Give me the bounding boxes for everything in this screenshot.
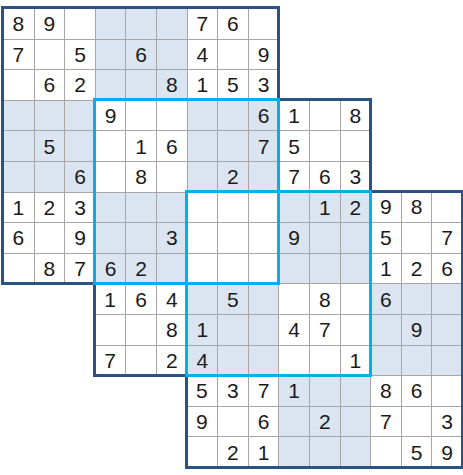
- cell-r12c8[interactable]: [217, 345, 248, 376]
- cell-r8c4[interactable]: [95, 222, 126, 253]
- empty-space: [278, 39, 309, 70]
- cell-r4c6[interactable]: [156, 100, 187, 131]
- tripledoku-puzzle: 8976756496281539618516756827631231298693…: [0, 0, 463, 475]
- cell-r6c1[interactable]: [3, 161, 34, 192]
- cell-r7c3[interactable]: 3: [64, 192, 95, 223]
- cell-r7c1[interactable]: 1: [3, 192, 34, 223]
- empty-space: [401, 161, 432, 192]
- cell-r8c1[interactable]: 6: [3, 222, 34, 253]
- cell-r7c5[interactable]: [125, 192, 156, 223]
- cell-r3c1[interactable]: [3, 69, 34, 100]
- cell-r1c4[interactable]: [95, 8, 126, 39]
- empty-space: [401, 100, 432, 131]
- cell-r11c9[interactable]: [248, 314, 279, 345]
- cell-r5c4[interactable]: [95, 130, 126, 161]
- cell-r6c12[interactable]: 3: [340, 161, 371, 192]
- cell-r7c7[interactable]: [187, 192, 218, 223]
- cell-r1c9[interactable]: [248, 8, 279, 39]
- cell-r8c9[interactable]: [248, 222, 279, 253]
- cell-r5c9[interactable]: 7: [248, 130, 279, 161]
- cell-r8c6[interactable]: 3: [156, 222, 187, 253]
- cell-r9c1[interactable]: [3, 253, 34, 284]
- cell-r11c5[interactable]: [125, 314, 156, 345]
- cell-r7c11[interactable]: 1: [309, 192, 340, 223]
- cell-r3c4[interactable]: [95, 69, 126, 100]
- cell-r12c9[interactable]: [248, 345, 279, 376]
- cell-r15c9[interactable]: 1: [248, 436, 279, 467]
- empty-space: [370, 8, 401, 39]
- empty-space: [34, 436, 65, 467]
- cell-r3c7[interactable]: 1: [187, 69, 218, 100]
- cell-r7c8[interactable]: [217, 192, 248, 223]
- cell-r8c13[interactable]: 5: [370, 222, 401, 253]
- empty-space: [431, 161, 462, 192]
- cell-r2c6[interactable]: [156, 39, 187, 70]
- cell-r4c8[interactable]: [217, 100, 248, 131]
- cell-r7c12[interactable]: 2: [340, 192, 371, 223]
- cell-r8c3[interactable]: 9: [64, 222, 95, 253]
- empty-space: [3, 436, 34, 467]
- cell-r5c11[interactable]: [309, 130, 340, 161]
- cell-r14c13[interactable]: 7: [370, 406, 401, 437]
- cell-r9c3[interactable]: 7: [64, 253, 95, 284]
- empty-space: [125, 406, 156, 437]
- cell-r9c7[interactable]: [187, 253, 218, 284]
- cell-r9c10[interactable]: [278, 253, 309, 284]
- empty-space: [370, 161, 401, 192]
- cell-r10c12[interactable]: [340, 283, 371, 314]
- cell-r12c15[interactable]: [431, 345, 462, 376]
- cell-r4c10[interactable]: 1: [278, 100, 309, 131]
- cell-r5c1[interactable]: [3, 130, 34, 161]
- cell-r4c2[interactable]: [34, 100, 65, 131]
- cell-r9c8[interactable]: [217, 253, 248, 284]
- cell-r13c8[interactable]: 3: [217, 375, 248, 406]
- empty-space: [370, 69, 401, 100]
- cell-r5c7[interactable]: [187, 130, 218, 161]
- cell-r14c11[interactable]: 2: [309, 406, 340, 437]
- cell-r11c10[interactable]: 4: [278, 314, 309, 345]
- empty-space: [401, 69, 432, 100]
- empty-space: [340, 69, 371, 100]
- empty-space: [431, 130, 462, 161]
- empty-space: [309, 8, 340, 39]
- cell-r10c10[interactable]: [278, 283, 309, 314]
- cell-r7c10[interactable]: [278, 192, 309, 223]
- cell-r13c13[interactable]: 8: [370, 375, 401, 406]
- cell-r15c14[interactable]: 5: [401, 436, 432, 467]
- cell-r11c8[interactable]: [217, 314, 248, 345]
- cell-r14c12[interactable]: [340, 406, 371, 437]
- empty-space: [64, 314, 95, 345]
- empty-space: [340, 8, 371, 39]
- empty-space: [340, 39, 371, 70]
- empty-space: [370, 39, 401, 70]
- cell-r9c15[interactable]: 6: [431, 253, 462, 284]
- cell-r11c15[interactable]: [431, 314, 462, 345]
- cell-r9c4[interactable]: 6: [95, 253, 126, 284]
- cell-r6c2[interactable]: [34, 161, 65, 192]
- cell-r8c12[interactable]: [340, 222, 371, 253]
- cell-r11c12[interactable]: [340, 314, 371, 345]
- cell-r2c4[interactable]: [95, 39, 126, 70]
- empty-space: [64, 345, 95, 376]
- cell-r2c7[interactable]: 4: [187, 39, 218, 70]
- cell-r11c14[interactable]: 9: [401, 314, 432, 345]
- cell-r12c7[interactable]: 4: [187, 345, 218, 376]
- cell-r12c6[interactable]: 2: [156, 345, 187, 376]
- cell-r7c6[interactable]: [156, 192, 187, 223]
- cell-r1c8[interactable]: 6: [217, 8, 248, 39]
- cell-r8c14[interactable]: [401, 222, 432, 253]
- empty-space: [95, 436, 126, 467]
- cell-r9c13[interactable]: 1: [370, 253, 401, 284]
- cell-r15c12[interactable]: [340, 436, 371, 467]
- cell-r12c10[interactable]: [278, 345, 309, 376]
- cell-r9c6[interactable]: [156, 253, 187, 284]
- cell-r14c9[interactable]: 6: [248, 406, 279, 437]
- cell-r10c15[interactable]: [431, 283, 462, 314]
- cell-r4c12[interactable]: 8: [340, 100, 371, 131]
- empty-space: [3, 375, 34, 406]
- empty-space: [431, 8, 462, 39]
- cell-r7c15[interactable]: [431, 192, 462, 223]
- cell-r13c11[interactable]: [309, 375, 340, 406]
- cell-r15c10[interactable]: [278, 436, 309, 467]
- empty-space: [3, 345, 34, 376]
- cell-r13c9[interactable]: 7: [248, 375, 279, 406]
- empty-space: [95, 375, 126, 406]
- cell-r10c9[interactable]: [248, 283, 279, 314]
- cell-r9c12[interactable]: [340, 253, 371, 284]
- cell-r11c11[interactable]: 7: [309, 314, 340, 345]
- empty-space: [401, 39, 432, 70]
- empty-space: [431, 100, 462, 131]
- empty-space: [34, 314, 65, 345]
- cell-r2c1[interactable]: 7: [3, 39, 34, 70]
- cell-r6c6[interactable]: [156, 161, 187, 192]
- cell-r9c14[interactable]: 2: [401, 253, 432, 284]
- cell-r11c13[interactable]: [370, 314, 401, 345]
- empty-space: [64, 406, 95, 437]
- cell-r12c11[interactable]: [309, 345, 340, 376]
- cell-r4c3[interactable]: [64, 100, 95, 131]
- cell-r1c5[interactable]: [125, 8, 156, 39]
- empty-space: [401, 130, 432, 161]
- cell-r12c14[interactable]: [401, 345, 432, 376]
- cell-r3c8[interactable]: 5: [217, 69, 248, 100]
- cell-r8c15[interactable]: 7: [431, 222, 462, 253]
- empty-space: [309, 39, 340, 70]
- empty-space: [278, 69, 309, 100]
- cell-r14c7[interactable]: 9: [187, 406, 218, 437]
- empty-space: [156, 406, 187, 437]
- empty-space: [125, 375, 156, 406]
- cell-r2c2[interactable]: [34, 39, 65, 70]
- empty-space: [125, 436, 156, 467]
- cell-r6c8[interactable]: 2: [217, 161, 248, 192]
- cell-r10c7[interactable]: [187, 283, 218, 314]
- cell-r14c14[interactable]: [401, 406, 432, 437]
- cell-r7c14[interactable]: 8: [401, 192, 432, 223]
- cell-r5c2[interactable]: 5: [34, 130, 65, 161]
- cell-r5c3[interactable]: [64, 130, 95, 161]
- empty-space: [34, 406, 65, 437]
- cell-r3c2[interactable]: 6: [34, 69, 65, 100]
- cell-r13c10[interactable]: 1: [278, 375, 309, 406]
- empty-space: [309, 69, 340, 100]
- cell-r15c15[interactable]: 9: [431, 436, 462, 467]
- cell-r10c5[interactable]: 6: [125, 283, 156, 314]
- cell-r3c3[interactable]: 2: [64, 69, 95, 100]
- cell-r15c8[interactable]: 2: [217, 436, 248, 467]
- cell-r8c7[interactable]: [187, 222, 218, 253]
- cell-r7c9[interactable]: [248, 192, 279, 223]
- empty-space: [401, 8, 432, 39]
- cell-r9c5[interactable]: 2: [125, 253, 156, 284]
- cell-r6c5[interactable]: 8: [125, 161, 156, 192]
- cell-r9c2[interactable]: 8: [34, 253, 65, 284]
- cell-r14c8[interactable]: [217, 406, 248, 437]
- cell-r2c9[interactable]: 9: [248, 39, 279, 70]
- cell-r2c3[interactable]: 5: [64, 39, 95, 70]
- cell-r5c8[interactable]: [217, 130, 248, 161]
- cell-r4c11[interactable]: [309, 100, 340, 131]
- cell-r6c11[interactable]: 6: [309, 161, 340, 192]
- cell-r1c2[interactable]: 9: [34, 8, 65, 39]
- empty-space: [64, 375, 95, 406]
- cell-r14c15[interactable]: 3: [431, 406, 462, 437]
- cell-r8c2[interactable]: [34, 222, 65, 253]
- cell-r3c9[interactable]: 3: [248, 69, 279, 100]
- cell-r15c13[interactable]: [370, 436, 401, 467]
- cell-r1c7[interactable]: 7: [187, 8, 218, 39]
- empty-space: [34, 345, 65, 376]
- cell-r7c4[interactable]: [95, 192, 126, 223]
- cell-r10c11[interactable]: 8: [309, 283, 340, 314]
- empty-space: [156, 436, 187, 467]
- empty-space: [3, 406, 34, 437]
- cell-r13c7[interactable]: 5: [187, 375, 218, 406]
- cell-r7c2[interactable]: 2: [34, 192, 65, 223]
- cell-r10c6[interactable]: 4: [156, 283, 187, 314]
- cell-r13c14[interactable]: 6: [401, 375, 432, 406]
- cell-r6c4[interactable]: [95, 161, 126, 192]
- empty-space: [64, 436, 95, 467]
- cell-r13c12[interactable]: [340, 375, 371, 406]
- cell-r8c11[interactable]: [309, 222, 340, 253]
- cell-r6c3[interactable]: 6: [64, 161, 95, 192]
- cell-r8c10[interactable]: 9: [278, 222, 309, 253]
- empty-space: [95, 406, 126, 437]
- cell-r10c8[interactable]: 5: [217, 283, 248, 314]
- cell-r1c3[interactable]: [64, 8, 95, 39]
- empty-space: [34, 375, 65, 406]
- empty-space: [64, 283, 95, 314]
- cell-r5c10[interactable]: 5: [278, 130, 309, 161]
- empty-space: [370, 130, 401, 161]
- cell-r11c7[interactable]: 1: [187, 314, 218, 345]
- cell-r10c4[interactable]: 1: [95, 283, 126, 314]
- cell-r6c9[interactable]: [248, 161, 279, 192]
- cell-r6c10[interactable]: 7: [278, 161, 309, 192]
- cell-r8c8[interactable]: [217, 222, 248, 253]
- cell-r14c10[interactable]: [278, 406, 309, 437]
- cell-r12c5[interactable]: [125, 345, 156, 376]
- cell-r9c9[interactable]: [248, 253, 279, 284]
- empty-space: [431, 69, 462, 100]
- cell-r12c4[interactable]: 7: [95, 345, 126, 376]
- empty-space: [431, 39, 462, 70]
- cell-r3c6[interactable]: 8: [156, 69, 187, 100]
- cell-r11c6[interactable]: 8: [156, 314, 187, 345]
- cell-r11c4[interactable]: [95, 314, 126, 345]
- cell-r5c6[interactable]: 6: [156, 130, 187, 161]
- cell-r12c13[interactable]: [370, 345, 401, 376]
- cell-r4c4[interactable]: 9: [95, 100, 126, 131]
- sudoku-board: 8976756496281539618516756827631231298693…: [3, 8, 462, 467]
- cell-r15c11[interactable]: [309, 436, 340, 467]
- cell-r5c5[interactable]: 1: [125, 130, 156, 161]
- cell-r2c8[interactable]: [217, 39, 248, 70]
- cell-r6c7[interactable]: [187, 161, 218, 192]
- cell-r2c5[interactable]: 6: [125, 39, 156, 70]
- cell-r4c5[interactable]: [125, 100, 156, 131]
- cell-r7c13[interactable]: 9: [370, 192, 401, 223]
- cell-r4c7[interactable]: [187, 100, 218, 131]
- cell-r10c13[interactable]: 6: [370, 283, 401, 314]
- cell-r12c12[interactable]: 1: [340, 345, 371, 376]
- empty-space: [3, 283, 34, 314]
- cell-r13c15[interactable]: [431, 375, 462, 406]
- cell-r8c5[interactable]: [125, 222, 156, 253]
- cell-r1c6[interactable]: [156, 8, 187, 39]
- cell-r4c9[interactable]: 6: [248, 100, 279, 131]
- cell-r3c5[interactable]: [125, 69, 156, 100]
- cell-r5c12[interactable]: [340, 130, 371, 161]
- cell-r15c7[interactable]: [187, 436, 218, 467]
- cell-r9c11[interactable]: [309, 253, 340, 284]
- empty-space: [3, 314, 34, 345]
- empty-space: [370, 100, 401, 131]
- cell-r1c1[interactable]: 8: [3, 8, 34, 39]
- empty-space: [278, 8, 309, 39]
- cell-r10c14[interactable]: [401, 283, 432, 314]
- empty-space: [156, 375, 187, 406]
- cell-r4c1[interactable]: [3, 100, 34, 131]
- empty-space: [34, 283, 65, 314]
